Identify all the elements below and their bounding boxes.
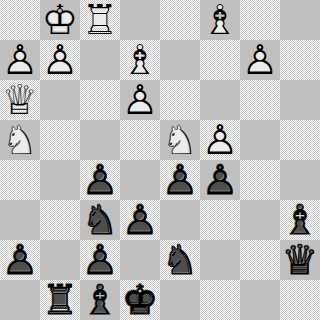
square-f7[interactable]: ♟♙ xyxy=(80,240,120,280)
black-pawn-outline: ♙ xyxy=(0,240,40,280)
white-pawn-outline: ♙ xyxy=(0,40,40,80)
square-a3[interactable] xyxy=(280,80,320,120)
black-pawn-outline: ♙ xyxy=(80,240,120,280)
square-f3[interactable] xyxy=(80,80,120,120)
square-a4[interactable] xyxy=(280,120,320,160)
square-g4[interactable] xyxy=(40,120,80,160)
chess-board: ♚♔♜♖♝♗♟♙♟♙♝♗♟♙♛♕♟♙♞♘♞♘♟♙♟♙♟♙♟♙♞♘♟♙♝♗♟♙♟♙… xyxy=(0,0,320,320)
square-g3[interactable] xyxy=(40,80,80,120)
square-c5[interactable]: ♟♙ xyxy=(200,160,240,200)
square-e7[interactable] xyxy=(120,240,160,280)
square-e1[interactable] xyxy=(120,0,160,40)
square-h6[interactable] xyxy=(0,200,40,240)
square-c1[interactable]: ♝♗ xyxy=(200,0,240,40)
white-pawn-glyph: ♟ xyxy=(0,40,40,80)
piece-black-pawn: ♟♙ xyxy=(80,240,120,280)
square-g1[interactable]: ♚♔ xyxy=(40,0,80,40)
black-knight-glyph: ♞ xyxy=(160,240,200,280)
square-h1[interactable] xyxy=(0,0,40,40)
square-d8[interactable] xyxy=(160,280,200,320)
piece-black-pawn: ♟♙ xyxy=(120,200,160,240)
black-pawn-glyph: ♟ xyxy=(0,240,40,280)
piece-white-bishop: ♝♗ xyxy=(120,40,160,80)
square-e8[interactable]: ♚♔ xyxy=(120,280,160,320)
piece-black-rook: ♜♖ xyxy=(40,280,80,320)
square-f4[interactable] xyxy=(80,120,120,160)
square-b5[interactable] xyxy=(240,160,280,200)
black-pawn-glyph: ♟ xyxy=(200,160,240,200)
square-h3[interactable]: ♛♕ xyxy=(0,80,40,120)
white-queen-glyph: ♛ xyxy=(0,80,40,120)
piece-white-bishop: ♝♗ xyxy=(200,0,240,40)
square-c7[interactable] xyxy=(200,240,240,280)
piece-white-queen: ♛♕ xyxy=(0,80,40,120)
square-h7[interactable]: ♟♙ xyxy=(0,240,40,280)
square-e4[interactable] xyxy=(120,120,160,160)
piece-white-pawn: ♟♙ xyxy=(120,80,160,120)
square-a1[interactable] xyxy=(280,0,320,40)
white-king-outline: ♔ xyxy=(40,0,80,40)
square-d7[interactable]: ♞♘ xyxy=(160,240,200,280)
square-a5[interactable] xyxy=(280,160,320,200)
square-g7[interactable] xyxy=(40,240,80,280)
piece-white-rook: ♜♖ xyxy=(80,0,120,40)
black-pawn-outline: ♙ xyxy=(160,160,200,200)
square-a2[interactable] xyxy=(280,40,320,80)
piece-black-bishop: ♝♗ xyxy=(80,280,120,320)
white-bishop-glyph: ♝ xyxy=(200,0,240,40)
black-pawn-outline: ♙ xyxy=(200,160,240,200)
black-bishop-glyph: ♝ xyxy=(80,280,120,320)
square-c6[interactable] xyxy=(200,200,240,240)
black-king-glyph: ♚ xyxy=(120,280,160,320)
white-rook-outline: ♖ xyxy=(80,0,120,40)
square-d4[interactable]: ♞♘ xyxy=(160,120,200,160)
black-bishop-outline: ♗ xyxy=(80,280,120,320)
square-b4[interactable] xyxy=(240,120,280,160)
black-pawn-outline: ♙ xyxy=(120,200,160,240)
square-e3[interactable]: ♟♙ xyxy=(120,80,160,120)
white-pawn-outline: ♙ xyxy=(240,40,280,80)
white-knight-outline: ♘ xyxy=(0,120,40,160)
square-h4[interactable]: ♞♘ xyxy=(0,120,40,160)
piece-white-pawn: ♟♙ xyxy=(0,40,40,80)
square-b6[interactable] xyxy=(240,200,280,240)
square-a7[interactable]: ♛♕ xyxy=(280,240,320,280)
white-bishop-outline: ♗ xyxy=(120,40,160,80)
square-b3[interactable] xyxy=(240,80,280,120)
square-f8[interactable]: ♝♗ xyxy=(80,280,120,320)
square-b8[interactable] xyxy=(240,280,280,320)
white-king-glyph: ♚ xyxy=(40,0,80,40)
square-b2[interactable]: ♟♙ xyxy=(240,40,280,80)
black-pawn-glyph: ♟ xyxy=(80,240,120,280)
black-knight-glyph: ♞ xyxy=(80,200,120,240)
black-rook-outline: ♖ xyxy=(40,280,80,320)
square-c3[interactable] xyxy=(200,80,240,120)
piece-black-pawn: ♟♙ xyxy=(200,160,240,200)
black-pawn-glyph: ♟ xyxy=(160,160,200,200)
black-pawn-glyph: ♟ xyxy=(80,160,120,200)
white-pawn-outline: ♙ xyxy=(120,80,160,120)
piece-black-bishop: ♝♗ xyxy=(280,200,320,240)
square-f2[interactable] xyxy=(80,40,120,80)
square-h5[interactable] xyxy=(0,160,40,200)
black-knight-outline: ♘ xyxy=(160,240,200,280)
black-pawn-glyph: ♟ xyxy=(120,200,160,240)
square-d2[interactable] xyxy=(160,40,200,80)
square-b7[interactable] xyxy=(240,240,280,280)
white-knight-glyph: ♞ xyxy=(160,120,200,160)
piece-white-knight: ♞♘ xyxy=(160,120,200,160)
piece-white-pawn: ♟♙ xyxy=(240,40,280,80)
square-g8[interactable]: ♜♖ xyxy=(40,280,80,320)
square-c2[interactable] xyxy=(200,40,240,80)
square-b1[interactable] xyxy=(240,0,280,40)
square-g2[interactable]: ♟♙ xyxy=(40,40,80,80)
white-queen-outline: ♕ xyxy=(0,80,40,120)
square-a6[interactable]: ♝♗ xyxy=(280,200,320,240)
piece-black-queen: ♛♕ xyxy=(280,240,320,280)
square-e6[interactable]: ♟♙ xyxy=(120,200,160,240)
square-h2[interactable]: ♟♙ xyxy=(0,40,40,80)
piece-white-king: ♚♔ xyxy=(40,0,80,40)
white-pawn-glyph: ♟ xyxy=(40,40,80,80)
piece-white-pawn: ♟♙ xyxy=(40,40,80,80)
square-g6[interactable] xyxy=(40,200,80,240)
square-f6[interactable]: ♞♘ xyxy=(80,200,120,240)
square-c8[interactable] xyxy=(200,280,240,320)
square-c4[interactable]: ♟♙ xyxy=(200,120,240,160)
white-knight-outline: ♘ xyxy=(160,120,200,160)
square-f1[interactable]: ♜♖ xyxy=(80,0,120,40)
piece-black-king: ♚♔ xyxy=(120,280,160,320)
square-d6[interactable] xyxy=(160,200,200,240)
white-knight-glyph: ♞ xyxy=(0,120,40,160)
piece-white-pawn: ♟♙ xyxy=(200,120,240,160)
black-knight-outline: ♘ xyxy=(80,200,120,240)
black-bishop-outline: ♗ xyxy=(280,200,320,240)
square-h8[interactable] xyxy=(0,280,40,320)
white-pawn-glyph: ♟ xyxy=(120,80,160,120)
piece-black-knight: ♞♘ xyxy=(80,200,120,240)
piece-black-pawn: ♟♙ xyxy=(80,160,120,200)
square-d1[interactable] xyxy=(160,0,200,40)
white-pawn-glyph: ♟ xyxy=(200,120,240,160)
piece-black-pawn: ♟♙ xyxy=(0,240,40,280)
black-queen-outline: ♕ xyxy=(280,240,320,280)
white-pawn-outline: ♙ xyxy=(40,40,80,80)
piece-white-knight: ♞♘ xyxy=(0,120,40,160)
white-pawn-outline: ♙ xyxy=(200,120,240,160)
square-e2[interactable]: ♝♗ xyxy=(120,40,160,80)
square-g5[interactable] xyxy=(40,160,80,200)
square-d3[interactable] xyxy=(160,80,200,120)
black-queen-glyph: ♛ xyxy=(280,240,320,280)
black-pawn-outline: ♙ xyxy=(80,160,120,200)
black-bishop-glyph: ♝ xyxy=(280,200,320,240)
white-pawn-glyph: ♟ xyxy=(240,40,280,80)
white-bishop-glyph: ♝ xyxy=(120,40,160,80)
black-king-outline: ♔ xyxy=(120,280,160,320)
square-a8[interactable] xyxy=(280,280,320,320)
piece-black-pawn: ♟♙ xyxy=(160,160,200,200)
black-rook-glyph: ♜ xyxy=(40,280,80,320)
square-f5[interactable]: ♟♙ xyxy=(80,160,120,200)
square-d5[interactable]: ♟♙ xyxy=(160,160,200,200)
piece-black-knight: ♞♘ xyxy=(160,240,200,280)
white-rook-glyph: ♜ xyxy=(80,0,120,40)
square-e5[interactable] xyxy=(120,160,160,200)
white-bishop-outline: ♗ xyxy=(200,0,240,40)
